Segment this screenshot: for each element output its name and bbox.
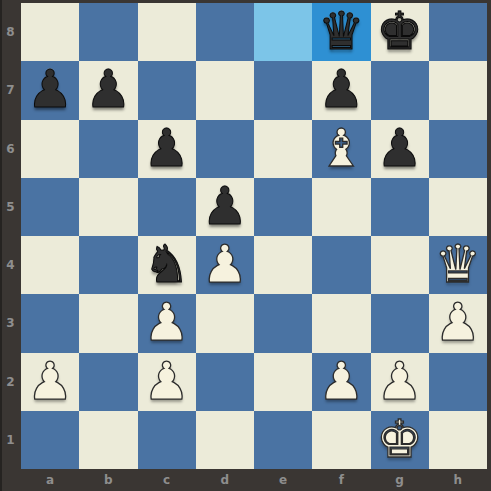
rank-label-4: 4 [0, 236, 21, 294]
square-h3[interactable]: ♟ [429, 294, 487, 352]
rank-label-7: 7 [0, 61, 21, 119]
piece-white-pawn: ♟ [143, 296, 190, 348]
piece-white-pawn: ♟ [376, 355, 423, 407]
square-b7[interactable]: ♟ [79, 61, 137, 119]
square-c1[interactable] [138, 411, 196, 469]
square-f8[interactable]: ♛ [312, 3, 370, 61]
square-a2[interactable]: ♟ [21, 353, 79, 411]
rank-label-2: 2 [0, 353, 21, 411]
square-g7[interactable] [371, 61, 429, 119]
rank-label-5: 5 [0, 178, 21, 236]
square-b5[interactable] [79, 178, 137, 236]
file-label-h: h [429, 469, 487, 491]
chess-app: ♛♚♟♟♟♟♝♟♟♞♟♛♟♟♟♟♟♟♚ 87654321 abcdefgh [0, 0, 491, 491]
square-d5[interactable]: ♟ [196, 178, 254, 236]
chess-board: ♛♚♟♟♟♟♝♟♟♞♟♛♟♟♟♟♟♟♚ [21, 3, 487, 469]
square-h1[interactable] [429, 411, 487, 469]
square-c6[interactable]: ♟ [138, 120, 196, 178]
square-d8[interactable] [196, 3, 254, 61]
square-g8[interactable]: ♚ [371, 3, 429, 61]
rank-label-8: 8 [0, 3, 21, 61]
piece-black-pawn: ♟ [143, 122, 190, 174]
square-a4[interactable] [21, 236, 79, 294]
square-c4[interactable]: ♞ [138, 236, 196, 294]
square-d3[interactable] [196, 294, 254, 352]
file-label-g: g [371, 469, 429, 491]
file-label-b: b [79, 469, 137, 491]
piece-white-bishop: ♝ [318, 122, 365, 174]
piece-white-king: ♚ [376, 413, 423, 465]
square-a6[interactable] [21, 120, 79, 178]
square-c2[interactable]: ♟ [138, 353, 196, 411]
square-h5[interactable] [429, 178, 487, 236]
piece-white-pawn: ♟ [202, 238, 249, 290]
square-a1[interactable] [21, 411, 79, 469]
square-g3[interactable] [371, 294, 429, 352]
file-label-c: c [138, 469, 196, 491]
piece-white-queen: ♛ [435, 238, 482, 290]
square-f1[interactable] [312, 411, 370, 469]
square-c5[interactable] [138, 178, 196, 236]
square-d2[interactable] [196, 353, 254, 411]
piece-white-pawn: ♟ [318, 355, 365, 407]
file-labels: abcdefgh [21, 469, 487, 491]
square-e6[interactable] [254, 120, 312, 178]
file-label-d: d [196, 469, 254, 491]
square-h7[interactable] [429, 61, 487, 119]
square-a7[interactable]: ♟ [21, 61, 79, 119]
square-d4[interactable]: ♟ [196, 236, 254, 294]
square-f6[interactable]: ♝ [312, 120, 370, 178]
piece-black-pawn: ♟ [202, 180, 249, 232]
square-a8[interactable] [21, 3, 79, 61]
square-g4[interactable] [371, 236, 429, 294]
square-e3[interactable] [254, 294, 312, 352]
square-b3[interactable] [79, 294, 137, 352]
square-e7[interactable] [254, 61, 312, 119]
square-b8[interactable] [79, 3, 137, 61]
square-e4[interactable] [254, 236, 312, 294]
square-h8[interactable] [429, 3, 487, 61]
square-d7[interactable] [196, 61, 254, 119]
rank-label-6: 6 [0, 120, 21, 178]
piece-black-king: ♚ [376, 5, 423, 57]
square-d1[interactable] [196, 411, 254, 469]
piece-black-pawn: ♟ [27, 63, 74, 115]
square-b2[interactable] [79, 353, 137, 411]
square-h6[interactable] [429, 120, 487, 178]
piece-black-pawn: ♟ [318, 63, 365, 115]
file-label-f: f [312, 469, 370, 491]
file-label-e: e [254, 469, 312, 491]
square-h4[interactable]: ♛ [429, 236, 487, 294]
piece-black-queen: ♛ [318, 5, 365, 57]
square-f3[interactable] [312, 294, 370, 352]
square-f7[interactable]: ♟ [312, 61, 370, 119]
square-c8[interactable] [138, 3, 196, 61]
rank-labels: 87654321 [0, 3, 21, 469]
piece-black-pawn: ♟ [85, 63, 132, 115]
piece-black-knight: ♞ [143, 238, 190, 290]
square-f5[interactable] [312, 178, 370, 236]
file-label-a: a [21, 469, 79, 491]
square-e8[interactable] [254, 3, 312, 61]
square-b4[interactable] [79, 236, 137, 294]
piece-black-pawn: ♟ [376, 122, 423, 174]
piece-white-pawn: ♟ [27, 355, 74, 407]
square-e1[interactable] [254, 411, 312, 469]
square-b1[interactable] [79, 411, 137, 469]
piece-white-pawn: ♟ [435, 296, 482, 348]
square-g5[interactable] [371, 178, 429, 236]
square-a3[interactable] [21, 294, 79, 352]
square-g1[interactable]: ♚ [371, 411, 429, 469]
square-g2[interactable]: ♟ [371, 353, 429, 411]
square-b6[interactable] [79, 120, 137, 178]
square-d6[interactable] [196, 120, 254, 178]
square-f4[interactable] [312, 236, 370, 294]
square-g6[interactable]: ♟ [371, 120, 429, 178]
square-c3[interactable]: ♟ [138, 294, 196, 352]
square-c7[interactable] [138, 61, 196, 119]
square-h2[interactable] [429, 353, 487, 411]
square-f2[interactable]: ♟ [312, 353, 370, 411]
piece-white-pawn: ♟ [143, 355, 190, 407]
square-e5[interactable] [254, 178, 312, 236]
square-a5[interactable] [21, 178, 79, 236]
rank-label-1: 1 [0, 411, 21, 469]
square-e2[interactable] [254, 353, 312, 411]
rank-label-3: 3 [0, 294, 21, 352]
